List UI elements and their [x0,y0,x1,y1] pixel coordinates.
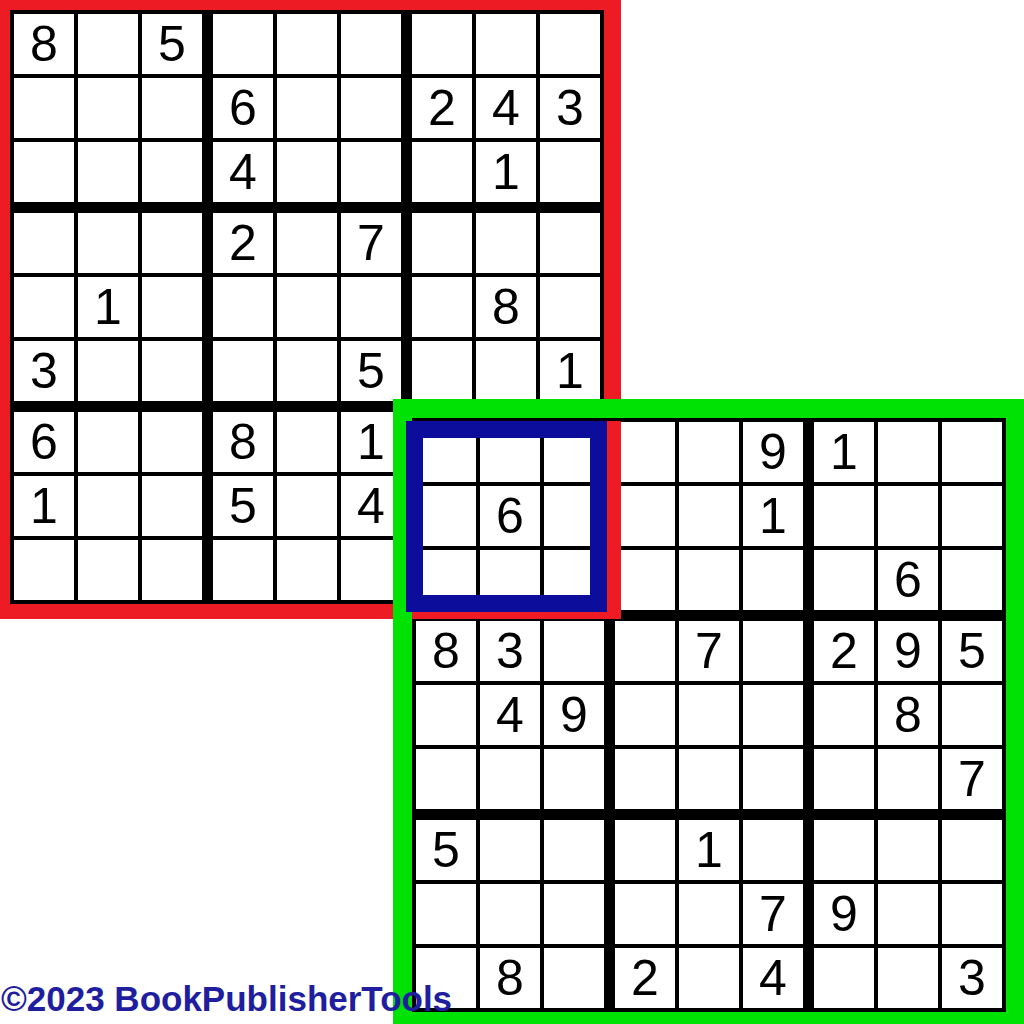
green-sudoku-cell-r7c7 [814,820,874,880]
red-sudoku-cell-r9c1 [14,540,74,600]
green-sudoku-cell-r5c8: 8 [878,685,938,745]
red-sudoku-cell-r4c5 [277,213,337,273]
red-sudoku-cell-r2c5 [277,78,337,138]
green-sudoku-cell-r9c2: 8 [480,948,540,1008]
red-sudoku-cell-r5c9 [540,277,600,337]
green-sudoku-cell-r6c5 [679,749,739,809]
red-sudoku-cell-r7c6: 1 [341,412,401,472]
red-sudoku-cell-r1c2 [78,14,138,74]
green-sudoku-cell-r4c8: 9 [878,621,938,681]
green-sudoku-cell-r6c2 [480,749,540,809]
green-sudoku-cell-r4c7: 2 [814,621,874,681]
green-sudoku-cell-r7c6 [743,820,803,880]
red-sudoku-cell-r8c3 [142,476,202,536]
red-sudoku-cell-r7c2 [78,412,138,472]
red-sudoku-cell-r3c2 [78,142,138,202]
green-sudoku-box-3: 16 [814,422,1002,610]
green-sudoku-cell-r4c6 [743,621,803,681]
red-sudoku-cell-r4c9 [540,213,600,273]
green-sudoku-cell-r5c1 [416,685,476,745]
green-sudoku-cell-r9c4: 2 [615,948,675,1008]
red-sudoku-cell-r7c4: 8 [213,412,273,472]
red-sudoku-cell-r5c2: 1 [78,277,138,337]
green-sudoku-cell-r8c2 [480,884,540,944]
green-sudoku-cell-r7c4 [615,820,675,880]
red-sudoku-cell-r5c1 [14,277,74,337]
red-sudoku-cell-r2c4: 6 [213,78,273,138]
red-sudoku-cell-r6c9: 1 [540,341,600,401]
red-sudoku-cell-r1c7 [412,14,472,74]
green-sudoku-cell-r7c8 [878,820,938,880]
red-sudoku-cell-r1c9 [540,14,600,74]
red-sudoku-cell-r8c1: 1 [14,476,74,536]
green-sudoku-cell-r4c3 [544,621,604,681]
green-sudoku-box-8: 1724 [615,820,803,1008]
green-sudoku-cell-r1c8 [878,422,938,482]
green-sudoku-cell-r7c3 [544,820,604,880]
green-sudoku-cell-r3c5 [679,550,739,610]
green-sudoku-cell-r8c9 [942,884,1002,944]
green-sudoku-cell-r6c1 [416,749,476,809]
red-sudoku-cell-r4c8 [476,213,536,273]
red-sudoku-cell-r1c6 [341,14,401,74]
red-sudoku-cell-r9c4 [213,540,273,600]
green-sudoku-cell-r9c9: 3 [942,948,1002,1008]
red-sudoku-cell-r3c4: 4 [213,142,273,202]
red-sudoku-cell-r1c4 [213,14,273,74]
green-sudoku-cell-r7c2 [480,820,540,880]
red-sudoku-cell-r3c3 [142,142,202,202]
red-sudoku-box-3: 2431 [412,14,600,202]
red-sudoku-cell-r4c2 [78,213,138,273]
green-sudoku-cell-r7c5: 1 [679,820,739,880]
green-sudoku-cell-r5c3: 9 [544,685,604,745]
red-sudoku-cell-r5c8: 8 [476,277,536,337]
green-sudoku-cell-r2c9 [942,486,1002,546]
green-sudoku-cell-r2c4 [615,486,675,546]
green-sudoku-cell-r3c6 [743,550,803,610]
red-sudoku-cell-r3c9 [540,142,600,202]
red-sudoku-cell-r2c6 [341,78,401,138]
red-sudoku-cell-r5c4 [213,277,273,337]
green-sudoku-cell-r6c9: 7 [942,749,1002,809]
green-sudoku-cell-r3c4 [615,550,675,610]
green-sudoku-cell-r2c8 [878,486,938,546]
red-sudoku-cell-r4c6: 7 [341,213,401,273]
green-sudoku-cell-r2c6: 1 [743,486,803,546]
green-sudoku-cell-r1c5 [679,422,739,482]
green-sudoku-cell-r9c3 [544,948,604,1008]
green-sudoku-cell-r7c1: 5 [416,820,476,880]
red-sudoku-cell-r6c6: 5 [341,341,401,401]
copyright-text: ©2023 BookPublisherTools [1,979,452,1019]
puzzle-image: 856424311327581618154 691168349729587581… [0,0,1024,1024]
green-sudoku-cell-r5c2: 4 [480,685,540,745]
green-sudoku-cell-r1c6: 9 [743,422,803,482]
red-sudoku-cell-r8c5 [277,476,337,536]
red-sudoku-cell-r3c1 [14,142,74,202]
red-sudoku-cell-r3c8: 1 [476,142,536,202]
green-sudoku-box-9: 93 [814,820,1002,1008]
green-sudoku-cell-r8c8 [878,884,938,944]
green-sudoku-cell-r6c4 [615,749,675,809]
red-sudoku-box-4: 13 [14,213,202,401]
green-sudoku-cell-r4c2: 3 [480,621,540,681]
green-sudoku-cell-r5c7 [814,685,874,745]
red-sudoku-box-8: 8154 [213,412,401,600]
red-sudoku-cell-r1c3: 5 [142,14,202,74]
red-sudoku-cell-r1c1: 8 [14,14,74,74]
red-sudoku-cell-r6c2 [78,341,138,401]
green-sudoku-cell-r5c5 [679,685,739,745]
red-sudoku-cell-r4c4: 2 [213,213,273,273]
green-sudoku-box-6: 29587 [814,621,1002,809]
red-sudoku-box-1: 85 [14,14,202,202]
highlight-box-blue [406,421,607,612]
green-sudoku-cell-r9c8 [878,948,938,1008]
green-sudoku-cell-r3c8: 6 [878,550,938,610]
green-sudoku-cell-r9c6: 4 [743,948,803,1008]
green-sudoku-cell-r8c1 [416,884,476,944]
red-sudoku-cell-r6c1: 3 [14,341,74,401]
green-sudoku-cell-r8c3 [544,884,604,944]
red-sudoku-cell-r9c3 [142,540,202,600]
red-sudoku-cell-r4c7 [412,213,472,273]
red-sudoku-cell-r9c2 [78,540,138,600]
red-sudoku-cell-r8c4: 5 [213,476,273,536]
red-sudoku-cell-r6c5 [277,341,337,401]
green-sudoku-cell-r9c7 [814,948,874,1008]
green-sudoku-cell-r2c7 [814,486,874,546]
green-sudoku-cell-r8c6: 7 [743,884,803,944]
red-sudoku-cell-r9c5 [277,540,337,600]
green-sudoku-cell-r1c7: 1 [814,422,874,482]
green-sudoku-cell-r3c7 [814,550,874,610]
red-sudoku-cell-r5c6 [341,277,401,337]
green-sudoku-cell-r1c9 [942,422,1002,482]
red-sudoku-cell-r2c7: 2 [412,78,472,138]
red-sudoku-cell-r6c7 [412,341,472,401]
red-sudoku-cell-r7c1: 6 [14,412,74,472]
red-sudoku-cell-r2c1 [14,78,74,138]
red-sudoku-cell-r4c1 [14,213,74,273]
green-sudoku-cell-r5c4 [615,685,675,745]
green-sudoku-cell-r6c6 [743,749,803,809]
green-sudoku-cell-r5c9 [942,685,1002,745]
red-sudoku-cell-r4c3 [142,213,202,273]
green-sudoku-cell-r7c9 [942,820,1002,880]
red-sudoku-cell-r2c3 [142,78,202,138]
red-sudoku-box-6: 81 [412,213,600,401]
green-sudoku-cell-r6c8 [878,749,938,809]
green-sudoku-cell-r3c9 [942,550,1002,610]
green-sudoku-cell-r6c3 [544,749,604,809]
red-sudoku-cell-r7c5 [277,412,337,472]
red-sudoku-cell-r5c3 [142,277,202,337]
green-sudoku-cell-r4c9: 5 [942,621,1002,681]
green-sudoku-cell-r5c6 [743,685,803,745]
green-sudoku-cell-r8c7: 9 [814,884,874,944]
green-sudoku-cell-r4c1: 8 [416,621,476,681]
red-sudoku-box-5: 275 [213,213,401,401]
red-sudoku-cell-r1c5 [277,14,337,74]
red-sudoku-cell-r6c3 [142,341,202,401]
green-sudoku-cell-r6c7 [814,749,874,809]
red-sudoku-cell-r5c7 [412,277,472,337]
green-sudoku-cell-r9c5 [679,948,739,1008]
green-sudoku-cell-r8c5 [679,884,739,944]
red-sudoku-box-7: 61 [14,412,202,600]
red-sudoku-cell-r3c7 [412,142,472,202]
red-sudoku-cell-r1c8 [476,14,536,74]
red-sudoku-cell-r7c3 [142,412,202,472]
green-sudoku-cell-r4c4 [615,621,675,681]
red-sudoku-cell-r2c8: 4 [476,78,536,138]
red-sudoku-box-2: 64 [213,14,401,202]
red-sudoku-cell-r6c8 [476,341,536,401]
green-sudoku-box-2: 91 [615,422,803,610]
green-sudoku-cell-r8c4 [615,884,675,944]
red-sudoku-cell-r5c5 [277,277,337,337]
red-sudoku-cell-r6c4 [213,341,273,401]
green-sudoku-cell-r2c5 [679,486,739,546]
red-sudoku-cell-r3c5 [277,142,337,202]
red-sudoku-cell-r8c2 [78,476,138,536]
red-sudoku-cell-r2c2 [78,78,138,138]
red-sudoku-cell-r3c6 [341,142,401,202]
green-sudoku-cell-r4c5: 7 [679,621,739,681]
green-sudoku-cell-r1c4 [615,422,675,482]
red-sudoku-cell-r9c6 [341,540,401,600]
red-sudoku-cell-r8c6: 4 [341,476,401,536]
green-sudoku-box-5: 7 [615,621,803,809]
green-sudoku-box-4: 8349 [416,621,604,809]
red-sudoku-cell-r2c9: 3 [540,78,600,138]
